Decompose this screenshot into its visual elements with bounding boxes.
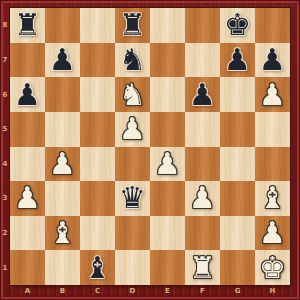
square-g4[interactable]: [220, 147, 255, 182]
square-e3[interactable]: [150, 181, 185, 216]
square-e2[interactable]: [150, 216, 185, 251]
piece-white-pawn: ♟: [259, 80, 286, 110]
square-g8[interactable]: ♚: [220, 8, 255, 43]
square-h8[interactable]: [255, 8, 290, 43]
square-c1[interactable]: ♝: [80, 250, 115, 285]
piece-white-pawn: ♟: [119, 114, 146, 144]
square-c3[interactable]: [80, 181, 115, 216]
piece-white-pawn: ♟: [14, 183, 41, 213]
piece-black-rook: ♜: [119, 10, 146, 40]
piece-black-queen: ♛: [119, 183, 146, 213]
square-a1[interactable]: [10, 250, 45, 285]
square-d4[interactable]: [115, 147, 150, 182]
square-a8[interactable]: ♜: [10, 8, 45, 43]
square-e1[interactable]: [150, 250, 185, 285]
square-h3[interactable]: ♝: [255, 181, 290, 216]
rank-label-3: 3: [0, 194, 10, 202]
rank-label-4: 4: [0, 160, 10, 168]
piece-black-king: ♚: [224, 10, 251, 40]
square-c6[interactable]: [80, 77, 115, 112]
square-f1[interactable]: ♜: [185, 250, 220, 285]
file-label-C: C: [91, 287, 105, 295]
file-label-H: H: [266, 287, 280, 295]
file-label-F: F: [196, 287, 210, 295]
square-d3[interactable]: ♛: [115, 181, 150, 216]
square-e8[interactable]: [150, 8, 185, 43]
square-d7[interactable]: ♞: [115, 43, 150, 78]
chess-board: ♜♜♚♟♞♟♟♟♞♟♟♟♟♟♟♛♟♝♝♟♝♜♚: [10, 8, 290, 285]
square-c2[interactable]: [80, 216, 115, 251]
piece-black-knight: ♞: [119, 45, 146, 75]
square-h5[interactable]: [255, 112, 290, 147]
square-c8[interactable]: [80, 8, 115, 43]
square-g3[interactable]: [220, 181, 255, 216]
chess-diagram: ♜♜♚♟♞♟♟♟♞♟♟♟♟♟♟♛♟♝♝♟♝♜♚ 87654321ABCDEFGH: [0, 0, 300, 300]
square-h6[interactable]: ♟: [255, 77, 290, 112]
square-a4[interactable]: [10, 147, 45, 182]
rank-label-8: 8: [0, 21, 10, 29]
square-a6[interactable]: ♟: [10, 77, 45, 112]
square-e5[interactable]: [150, 112, 185, 147]
square-g1[interactable]: [220, 250, 255, 285]
square-d6[interactable]: ♞: [115, 77, 150, 112]
square-h7[interactable]: ♟: [255, 43, 290, 78]
piece-white-bishop: ♝: [259, 183, 286, 213]
square-a3[interactable]: ♟: [10, 181, 45, 216]
square-d8[interactable]: ♜: [115, 8, 150, 43]
file-label-G: G: [231, 287, 245, 295]
square-g7[interactable]: ♟: [220, 43, 255, 78]
piece-black-pawn: ♟: [189, 80, 216, 110]
square-b6[interactable]: [45, 77, 80, 112]
square-e4[interactable]: ♟: [150, 147, 185, 182]
piece-white-pawn: ♟: [49, 149, 76, 179]
square-b3[interactable]: [45, 181, 80, 216]
piece-black-rook: ♜: [14, 10, 41, 40]
square-b2[interactable]: ♝: [45, 216, 80, 251]
square-d1[interactable]: [115, 250, 150, 285]
square-e7[interactable]: [150, 43, 185, 78]
square-h4[interactable]: [255, 147, 290, 182]
piece-white-pawn: ♟: [154, 149, 181, 179]
file-label-B: B: [56, 287, 70, 295]
square-f2[interactable]: [185, 216, 220, 251]
file-label-E: E: [161, 287, 175, 295]
piece-black-pawn: ♟: [224, 45, 251, 75]
square-d5[interactable]: ♟: [115, 112, 150, 147]
file-label-D: D: [126, 287, 140, 295]
square-g5[interactable]: [220, 112, 255, 147]
square-h1[interactable]: ♚: [255, 250, 290, 285]
square-a7[interactable]: [10, 43, 45, 78]
square-e6[interactable]: [150, 77, 185, 112]
piece-black-pawn: ♟: [14, 80, 41, 110]
rank-label-2: 2: [0, 229, 10, 237]
square-g6[interactable]: [220, 77, 255, 112]
square-b5[interactable]: [45, 112, 80, 147]
square-b8[interactable]: [45, 8, 80, 43]
square-f6[interactable]: ♟: [185, 77, 220, 112]
square-b4[interactable]: ♟: [45, 147, 80, 182]
square-g2[interactable]: [220, 216, 255, 251]
square-c7[interactable]: [80, 43, 115, 78]
piece-white-king: ♚: [259, 253, 286, 283]
rank-label-7: 7: [0, 56, 10, 64]
piece-white-knight: ♞: [119, 80, 146, 110]
rank-label-6: 6: [0, 91, 10, 99]
square-f8[interactable]: [185, 8, 220, 43]
square-h2[interactable]: ♟: [255, 216, 290, 251]
square-f3[interactable]: ♟: [185, 181, 220, 216]
piece-black-pawn: ♟: [49, 45, 76, 75]
piece-black-pawn: ♟: [259, 45, 286, 75]
piece-white-pawn: ♟: [189, 183, 216, 213]
file-label-A: A: [21, 287, 35, 295]
rank-label-5: 5: [0, 125, 10, 133]
square-a5[interactable]: [10, 112, 45, 147]
square-d2[interactable]: [115, 216, 150, 251]
piece-black-bishop: ♝: [84, 253, 111, 283]
square-b7[interactable]: ♟: [45, 43, 80, 78]
square-b1[interactable]: [45, 250, 80, 285]
piece-white-bishop: ♝: [49, 218, 76, 248]
square-c4[interactable]: [80, 147, 115, 182]
piece-white-rook: ♜: [189, 253, 216, 283]
piece-white-pawn: ♟: [259, 218, 286, 248]
rank-label-1: 1: [0, 264, 10, 272]
square-a2[interactable]: [10, 216, 45, 251]
square-f7[interactable]: [185, 43, 220, 78]
square-f5[interactable]: [185, 112, 220, 147]
square-f4[interactable]: [185, 147, 220, 182]
square-c5[interactable]: [80, 112, 115, 147]
